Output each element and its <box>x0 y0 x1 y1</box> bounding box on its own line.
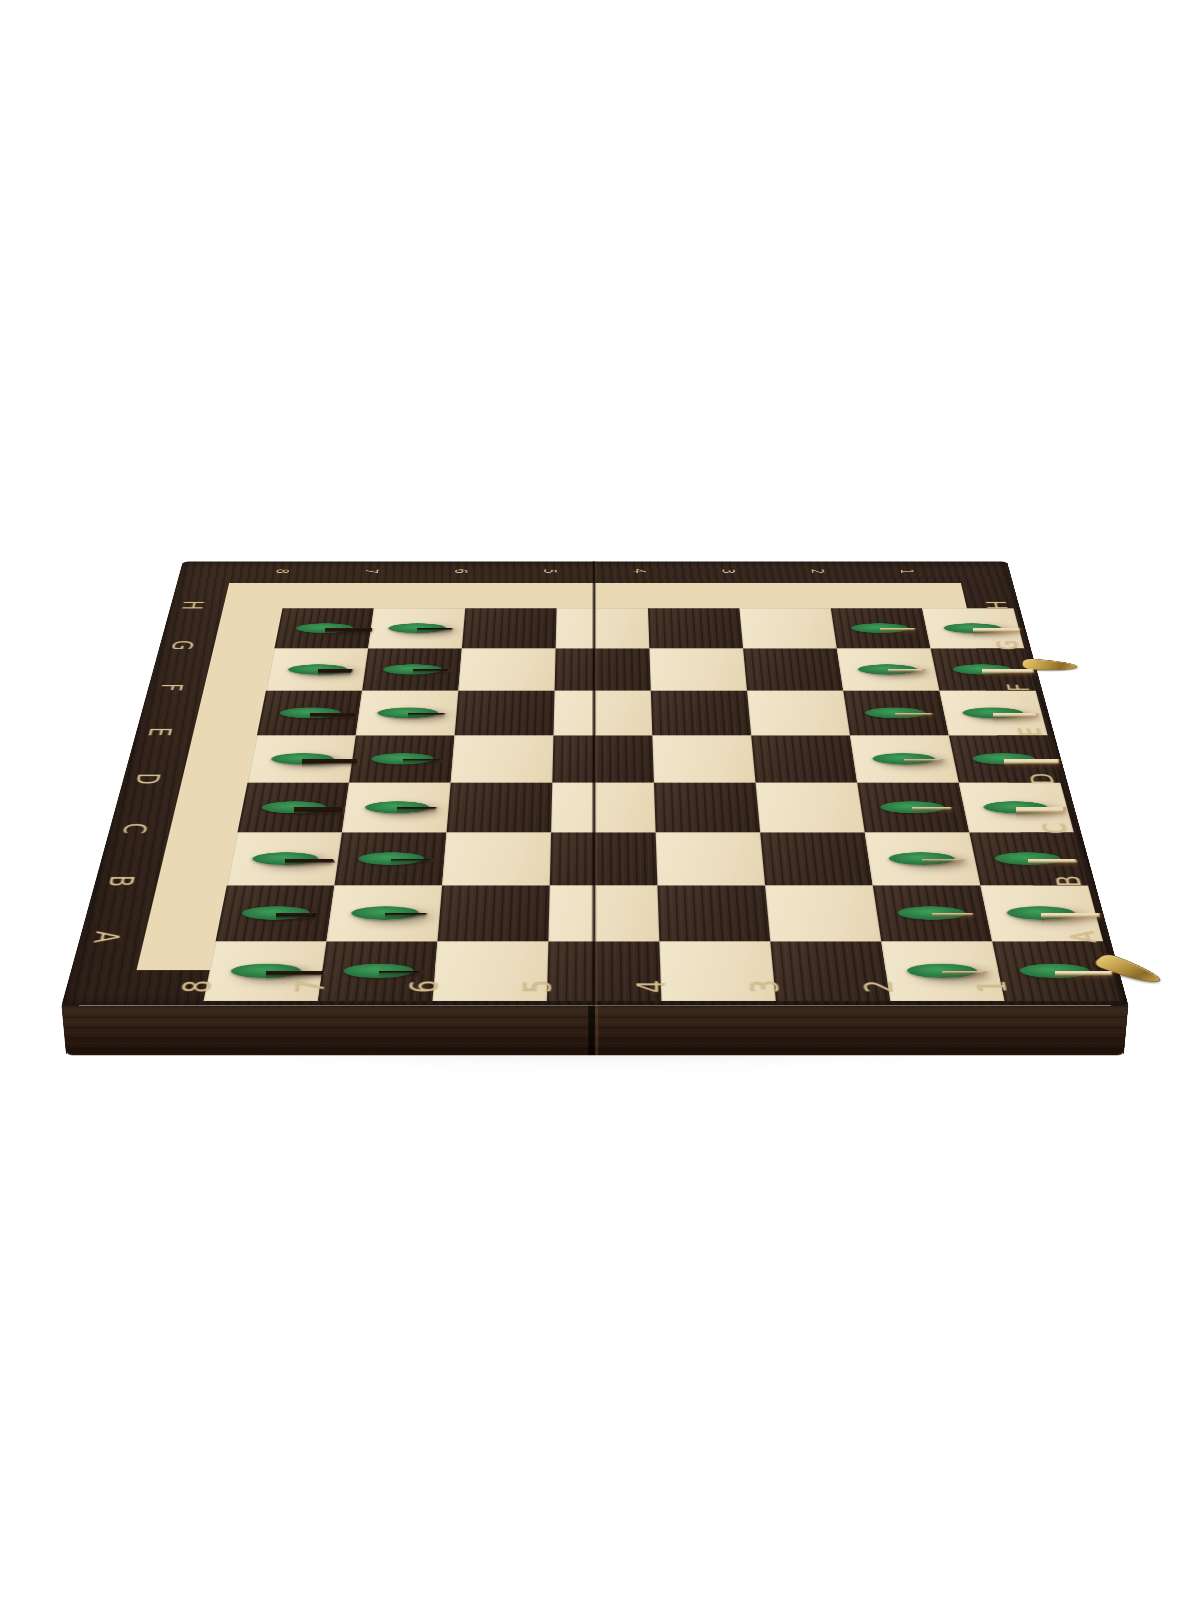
chess-board: ♜♟♟♜♞♟♟♞♝♟♟♝♚♟♟♚♛♟♟♛♝♟♟♝♞♟♟♞♜♟♟♜ HGFEDCB… <box>62 562 1129 1006</box>
coord-text: 4 <box>630 569 650 574</box>
photo-scene: ♜♟♟♜♞♟♟♞♝♟♟♝♚♟♟♚♛♟♟♛♝♟♟♝♞♟♟♞♜♟♟♜ HGFEDCB… <box>130 290 1060 1220</box>
field-inlay-line: ♜♟♟♜♞♟♟♞♝♟♟♝♚♟♟♚♛♟♟♛♝♟♟♝♞♟♟♞♜♟♟♜ <box>137 583 1054 970</box>
coord-text: 3 <box>719 569 739 574</box>
box-front-face <box>62 1005 1129 1055</box>
coord-text: 5 <box>541 569 561 574</box>
